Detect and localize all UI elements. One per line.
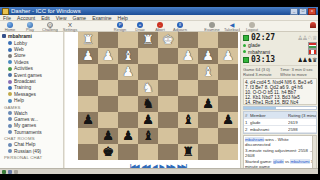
toolbar-group-main: HomePlayQChallengesXSettings (2, 21, 78, 32)
square-c1[interactable] (178, 32, 198, 48)
square-c7[interactable] (178, 128, 198, 144)
game-info: Game 64 (3 0) Time: 3 min 0 sec Rated 3-… (243, 65, 317, 77)
square-h4[interactable] (78, 80, 98, 96)
time-progress-bar (243, 106, 317, 110)
white-piece-b-b3: ♝ (202, 64, 214, 80)
toolbar-button-challenges[interactable]: QChallenges (42, 21, 58, 32)
black-piece-p-h6: ♟ (82, 112, 94, 128)
member-col-rating: Rating (3 minute) (288, 113, 316, 118)
square-f5[interactable] (118, 96, 138, 112)
tree-item-icon (8, 73, 12, 77)
connection-status-icon (2, 170, 6, 174)
white-clock: 02:27 (251, 33, 275, 42)
tree-item-icon (8, 92, 12, 96)
maximize-button[interactable]: □ (299, 8, 307, 15)
tree-item-icon (8, 41, 12, 45)
sidebar-item-label: Tournaments (14, 130, 42, 135)
sidebar-user-name: mbahrami (8, 33, 32, 39)
black-player-name: mbahrami (248, 49, 270, 55)
square-c5[interactable] (178, 96, 198, 112)
square-c6[interactable]: ♝ (178, 112, 198, 128)
member-rating: 2598 (288, 127, 316, 132)
square-b2[interactable]: ♟ (198, 48, 218, 64)
tree-item-icon (8, 54, 12, 58)
square-h3[interactable] (78, 64, 98, 80)
square-h2[interactable]: ♟ (78, 48, 98, 64)
online-dot-icon (243, 50, 246, 53)
square-a7[interactable] (218, 128, 238, 144)
sidebar-item-label: Help (14, 98, 24, 103)
notifications-button[interactable] (309, 22, 316, 30)
sidebar-item-label: Chat Help (14, 142, 35, 147)
member-rating: 2619 (288, 120, 316, 125)
menu-item-game[interactable]: Game (73, 15, 87, 20)
member-name: glade (250, 120, 288, 125)
sidebar-item-label: Watch (14, 111, 27, 116)
sidebar-item-label: Store (14, 53, 25, 58)
sidebar-item-tournaments[interactable]: Tournaments (2, 129, 63, 135)
tree-item-icon (8, 80, 12, 84)
square-g4[interactable] (98, 80, 118, 96)
square-d6[interactable] (158, 112, 178, 128)
console-text: Started game: (245, 159, 273, 164)
menu-item-file[interactable]: File (3, 15, 11, 20)
square-d1[interactable]: ♚ (158, 32, 178, 48)
square-a3[interactable] (218, 64, 238, 80)
white-piece-k-d1: ♚ (162, 32, 174, 48)
black-piece-k-g8: ♚ (102, 144, 114, 160)
member-table-row[interactable]: 1glade2619 (244, 119, 316, 126)
sidebar-item-russian-[interactable]: Russian (49) (2, 148, 63, 154)
sidebar-item-label: Broadcast (14, 79, 36, 84)
window-title: Dasher - ICC for Windows (11, 7, 290, 15)
sidebar-group-personal-chat: PERSONAL CHAT (4, 155, 63, 160)
menu-item-help[interactable]: Help (118, 15, 128, 20)
toolbar-button-resign[interactable]: PResign (112, 21, 128, 32)
user-icon (2, 34, 6, 38)
square-b5[interactable]: ♟ (198, 96, 218, 112)
server-console[interactable]: mbahrami wins - White disconnected3-minu… (243, 135, 317, 168)
black-status-icon (243, 57, 249, 63)
app-window: Dasher - ICC for Windows _ □ x FileAccou… (0, 7, 318, 174)
close-button[interactable]: x (308, 8, 316, 15)
tree-item-icon (8, 67, 12, 71)
toolbar-button-play[interactable]: Play (22, 21, 38, 32)
square-g3[interactable] (98, 64, 118, 80)
black-piece-b-e7: ♝ (142, 128, 154, 144)
black-piece-r-c8: ♜ (182, 144, 194, 160)
white-piece-p-h2: ♟ (82, 48, 94, 64)
sidebar-item-help[interactable]: Help (2, 98, 63, 104)
square-b3[interactable]: ♝ (198, 64, 218, 80)
sidebar-item-label: Event games (14, 73, 42, 78)
square-d8[interactable] (158, 144, 178, 160)
game-panel: 02:27 ♙♙♘♕ glade mbahrami 03:13 ♟♟♞♛ Gam… (240, 32, 318, 168)
black-captured-tray: ♟♟♞♛ (297, 55, 317, 64)
sidebar-user[interactable]: mbahrami (2, 33, 63, 39)
console-username: mbahrami (290, 159, 309, 164)
tree-item-icon (8, 48, 12, 52)
square-f4[interactable] (118, 80, 138, 96)
square-g8[interactable]: ♚ (98, 144, 118, 160)
console-scrollbar[interactable] (312, 136, 316, 168)
square-a5[interactable] (218, 96, 238, 112)
square-d4[interactable] (158, 80, 178, 96)
black-piece-p-e6: ♟ (142, 112, 154, 128)
square-a6[interactable]: ♟ (218, 112, 238, 128)
chess-board[interactable]: ♜♜♚♟♟♝♟♟♟♟♝♞♞♟♟♟♝♟♟♟♝♚♜ (78, 32, 238, 160)
sidebar-items: LobbyWebStoreVideosActivitiesEvent games… (2, 40, 63, 160)
toolbar-button-settings[interactable]: XSettings (62, 21, 78, 32)
tree-item-icon (8, 60, 12, 64)
toolbar-group-game: PResign=Draw-AbortIIAdjourn (112, 21, 188, 32)
white-piece-p-c2: ♟ (182, 48, 194, 64)
board-area: ♜♜♚♟♟♝♟♟♟♟♝♞♞♟♟♟♝♟♟♟♝♚♜ |◀◀◀◀◀▶▶▶▶▶| (65, 32, 240, 168)
toolbar-button-abort[interactable]: -Abort (152, 21, 168, 32)
square-g7[interactable]: ♟ (98, 128, 118, 144)
console-line: 3-minute rating adjustment: 2558 → 2608 (245, 148, 315, 159)
square-a8[interactable] (218, 144, 238, 160)
member-table-header: #MemberRating (3 minute) (244, 112, 316, 119)
square-f6[interactable] (118, 112, 138, 128)
sidebar-item-label: Activities (14, 66, 33, 71)
online-dot-icon (243, 44, 246, 47)
square-h5[interactable] (78, 96, 98, 112)
square-h1[interactable]: ♜ (78, 32, 98, 48)
move-list[interactable]: 4. d4 cxd4 5. Nxd4 Nf6 6. Be3 e67. f3 Be… (243, 78, 317, 105)
white-piece-p-g2: ♟ (102, 48, 114, 64)
game-info-rated: Rated 3-minute (243, 72, 280, 77)
tree-item-icon (8, 117, 12, 121)
toolbar-button-draw[interactable]: =Draw (132, 21, 148, 32)
white-piece-p-f3: ♟ (122, 64, 134, 80)
square-a4[interactable] (218, 80, 238, 96)
toolbar: HomePlayQChallengesXSettings PResign=Dra… (0, 21, 318, 32)
black-piece-p-a6: ♟ (222, 112, 234, 128)
square-d5[interactable] (158, 96, 178, 112)
square-h8[interactable] (78, 144, 98, 160)
white-status-icon (243, 35, 249, 41)
tree-item-icon (8, 124, 12, 128)
member-col-name: Member (250, 113, 288, 118)
chat-status-icon (14, 170, 18, 174)
sidebar-item-label: My games (14, 123, 36, 128)
square-h6[interactable]: ♟ (78, 112, 98, 128)
game-info-turn: White to move (280, 72, 317, 77)
square-g1[interactable] (98, 32, 118, 48)
app-screen: Dasher - ICC for Windows _ □ x FileAccou… (0, 0, 320, 180)
black-piece-n-e5: ♞ (142, 96, 154, 112)
sidebar-item-label: Web (14, 47, 24, 52)
square-b4[interactable] (198, 80, 218, 96)
square-b1[interactable] (198, 32, 218, 48)
square-f2[interactable]: ♝ (118, 48, 138, 64)
white-clock-row: 02:27 ♙♙♘♕ (243, 33, 317, 42)
white-piece-r-e1: ♜ (142, 32, 154, 48)
square-e6[interactable]: ♟ (138, 112, 158, 128)
toolbar-button-takeback[interactable]: ◀Takeback (224, 21, 240, 32)
menu-item-account[interactable]: Account (17, 15, 35, 20)
member-table-row[interactable]: 2mbahrami2598 (244, 126, 316, 133)
black-piece-p-b5: ♟ (202, 96, 214, 112)
toolbar-button-home[interactable]: Home (2, 21, 18, 32)
minimize-button[interactable]: _ (290, 8, 298, 15)
bell-icon (310, 22, 316, 28)
menu-item-examine[interactable]: Examine (92, 15, 111, 20)
square-d2[interactable] (158, 48, 178, 64)
toolbar-button-logout[interactable]: Logout (244, 21, 260, 32)
square-g5[interactable] (98, 96, 118, 112)
sidebar-item-label: Training (14, 85, 31, 90)
square-f3[interactable]: ♟ (118, 64, 138, 80)
time-progress-fill (244, 107, 276, 109)
square-c8[interactable]: ♜ (178, 144, 198, 160)
square-a2[interactable]: ♟ (218, 48, 238, 64)
square-e3[interactable] (138, 64, 158, 80)
square-c2[interactable]: ♟ (178, 48, 198, 64)
title-bar[interactable]: Dasher - ICC for Windows _ □ x (0, 7, 318, 15)
app-icon (2, 8, 9, 15)
toolbar-button-examine[interactable]: Examine (204, 21, 220, 32)
tree-item-icon (8, 130, 12, 134)
black-clock: 03:13 (251, 55, 275, 64)
white-piece-p-b2: ♟ (202, 48, 214, 64)
console-text: 3-minute rating adjustment: 2558 → 2608 (245, 148, 313, 158)
tree-item-icon (8, 111, 12, 115)
square-a1[interactable] (218, 32, 238, 48)
console-lines: mbahrami wins - White disconnected3-minu… (245, 137, 315, 168)
black-piece-b-c6: ♝ (182, 112, 194, 128)
square-g2[interactable]: ♟ (98, 48, 118, 64)
sidebar-tree: mbahrami LobbyWebStoreVideosActivitiesEv… (0, 32, 64, 168)
toolbar-button-adjourn[interactable]: IIAdjourn (172, 21, 188, 32)
black-piece-p-f7: ♟ (122, 128, 134, 144)
square-b8[interactable] (198, 144, 218, 160)
move-line: 14. Rhe1 Rc8 15. Bf2 Nc4 (245, 100, 315, 105)
black-piece-p-g7: ♟ (102, 128, 114, 144)
sound-status-icon (8, 170, 12, 174)
white-piece-n-e4: ♞ (142, 80, 154, 96)
letterbox-bar (0, 174, 320, 180)
square-e2[interactable] (138, 48, 158, 64)
tree-item-icon (8, 143, 12, 147)
square-c4[interactable] (178, 80, 198, 96)
square-b7[interactable] (198, 128, 218, 144)
square-d3[interactable] (158, 64, 178, 80)
sidebar-item-label: Russian (49) (14, 149, 41, 154)
member-name: mbahrami (250, 127, 288, 132)
square-f1[interactable] (118, 32, 138, 48)
console-username: mbahrami (245, 137, 264, 142)
square-e4[interactable]: ♞ (138, 80, 158, 96)
black-clock-row: 03:13 ♟♟♞♛ (243, 55, 317, 64)
menu-item-view[interactable]: View (56, 15, 67, 20)
console-line: mbahrami wins - White disconnected (245, 137, 315, 148)
sidebar-item-label: Videos (14, 60, 29, 65)
square-b6[interactable] (198, 112, 218, 128)
white-piece-r-h1: ♜ (82, 32, 94, 48)
white-captured-tray: ♙♙♘♕ (297, 33, 317, 42)
tree-item-icon (8, 149, 12, 153)
square-d7[interactable] (158, 128, 178, 144)
square-e1[interactable]: ♜ (138, 32, 158, 48)
square-f7[interactable]: ♟ (118, 128, 138, 144)
menu-item-edit[interactable]: Edit (41, 15, 50, 20)
console-line: Started game: glade vs mbahrami 3-minute… (245, 159, 315, 168)
member-table[interactable]: #MemberRating (3 minute)1glade26192mbahr… (243, 111, 317, 134)
square-c3[interactable] (178, 64, 198, 80)
square-e8[interactable] (138, 144, 158, 160)
square-h7[interactable] (78, 128, 98, 144)
square-e5[interactable]: ♞ (138, 96, 158, 112)
tree-item-icon (8, 86, 12, 90)
toolbar-group-examine: Examine◀TakebackLogout (204, 21, 260, 32)
white-piece-p-a2: ♟ (222, 48, 234, 64)
white-player-name: glade (248, 42, 260, 48)
tree-item-icon (8, 99, 12, 103)
sidebar-item-label: Games w... (14, 117, 38, 122)
square-g6[interactable] (98, 112, 118, 128)
sidebar-item-label: Messages (14, 92, 36, 97)
sidebar-item-label: Lobby (14, 41, 27, 46)
white-piece-b-f2: ♝ (122, 48, 134, 64)
square-f8[interactable] (118, 144, 138, 160)
console-username: glade (273, 159, 284, 164)
square-e7[interactable]: ♝ (138, 128, 158, 144)
